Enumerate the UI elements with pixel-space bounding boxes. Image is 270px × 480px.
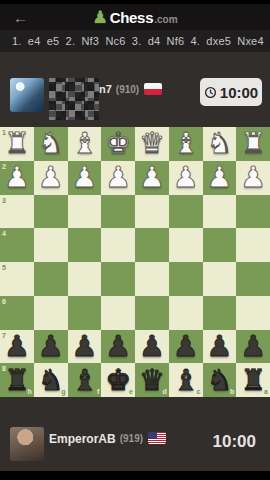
square-e4[interactable] — [101, 228, 135, 262]
square-f1[interactable]: ♝ — [68, 127, 102, 161]
piece-white-pawn[interactable]: ♟ — [173, 163, 199, 192]
bottom-player-name[interactable]: EmperorAB — [49, 427, 116, 446]
piece-white-pawn[interactable]: ♟ — [4, 163, 30, 192]
square-e8[interactable]: e♚ — [101, 363, 135, 397]
piece-black-rook[interactable]: ♜ — [240, 366, 266, 395]
bottom-player-card: EmperorAB (919) 10:00 — [0, 397, 270, 471]
square-g1[interactable]: ♞ — [34, 127, 68, 161]
piece-white-rook[interactable]: ♜ — [240, 129, 266, 158]
square-g6[interactable] — [34, 296, 68, 330]
top-player-clock: 10:00 — [200, 78, 262, 106]
piece-black-bishop[interactable]: ♝ — [71, 366, 97, 395]
square-h6[interactable]: 6 — [0, 296, 34, 330]
piece-black-pawn[interactable]: ♟ — [139, 332, 165, 361]
piece-black-pawn[interactable]: ♟ — [173, 332, 199, 361]
piece-black-bishop[interactable]: ♝ — [173, 366, 199, 395]
top-player-name[interactable]: n7 — [99, 78, 112, 95]
piece-black-pawn[interactable]: ♟ — [105, 332, 131, 361]
top-player-time: 10:00 — [220, 84, 258, 101]
square-h4[interactable]: 4 — [0, 228, 34, 262]
piece-black-king[interactable]: ♚ — [105, 366, 131, 395]
bottom-player-rating: (919) — [116, 427, 143, 444]
piece-black-knight[interactable]: ♞ — [206, 366, 232, 395]
piece-white-queen[interactable]: ♛ — [139, 129, 165, 158]
square-d3[interactable] — [135, 195, 169, 229]
move-list-text[interactable]: 1. e4 e5 2. Nf3 Nc6 3. d4 Nf6 4. dxe5 Nx… — [12, 35, 270, 47]
rank-label-5: 5 — [2, 264, 6, 271]
logo-text-com: .com — [154, 14, 177, 25]
square-h1[interactable]: 1♜ — [0, 127, 34, 161]
file-label-b: b — [230, 388, 234, 395]
piece-black-pawn[interactable]: ♟ — [240, 332, 266, 361]
square-d2[interactable]: ♟ — [135, 161, 169, 195]
square-a3[interactable] — [236, 195, 270, 229]
square-b7[interactable]: ♟ — [203, 330, 237, 364]
piece-white-bishop[interactable]: ♝ — [71, 129, 97, 158]
square-e6[interactable] — [101, 296, 135, 330]
piece-black-pawn[interactable]: ♟ — [4, 332, 30, 361]
square-b3[interactable] — [203, 195, 237, 229]
square-a2[interactable]: ♟ — [236, 161, 270, 195]
square-d6[interactable] — [135, 296, 169, 330]
pawn-logo-icon: ♟ — [92, 9, 107, 26]
square-c5[interactable] — [169, 262, 203, 296]
square-b5[interactable] — [203, 262, 237, 296]
square-e1[interactable]: ♚ — [101, 127, 135, 161]
square-e3[interactable] — [101, 195, 135, 229]
bottom-black-strip — [0, 471, 270, 480]
clock-icon — [204, 86, 217, 99]
square-e2[interactable]: ♟ — [101, 161, 135, 195]
file-label-a: a — [264, 388, 268, 395]
piece-black-rook[interactable]: ♜ — [4, 366, 30, 395]
square-h7[interactable]: 7♟ — [0, 330, 34, 364]
rank-label-3: 3 — [2, 197, 6, 204]
piece-white-pawn[interactable]: ♟ — [240, 163, 266, 192]
square-f2[interactable]: ♟ — [68, 161, 102, 195]
square-c6[interactable] — [169, 296, 203, 330]
square-b8[interactable]: b♞ — [203, 363, 237, 397]
square-d5[interactable] — [135, 262, 169, 296]
square-c3[interactable] — [169, 195, 203, 229]
rank-label-1: 1 — [2, 129, 6, 136]
square-e7[interactable]: ♟ — [101, 330, 135, 364]
piece-white-pawn[interactable]: ♟ — [38, 163, 64, 192]
file-label-f: f — [97, 388, 99, 395]
square-a7[interactable]: ♟ — [236, 330, 270, 364]
piece-black-pawn[interactable]: ♟ — [38, 332, 64, 361]
square-f6[interactable] — [68, 296, 102, 330]
square-f5[interactable] — [68, 262, 102, 296]
square-g2[interactable]: ♟ — [34, 161, 68, 195]
rank-label-7: 7 — [2, 332, 6, 339]
file-label-g: g — [61, 388, 65, 395]
piece-white-pawn[interactable]: ♟ — [71, 163, 97, 192]
square-g4[interactable] — [34, 228, 68, 262]
bottom-player-name-area[interactable]: EmperorAB (919) — [49, 427, 213, 446]
square-g3[interactable] — [34, 195, 68, 229]
square-h5[interactable]: 5 — [0, 262, 34, 296]
rank-label-8: 8 — [2, 365, 6, 372]
chess-board: 1♜♞♝♚♛♝♞♜2♟♟♟♟♟♟♟♟34567♟♟♟♟♟♟♟♟8h♜g♞f♝e♚… — [0, 127, 270, 397]
square-f3[interactable] — [68, 195, 102, 229]
square-f8[interactable]: f♝ — [68, 363, 102, 397]
file-label-c: c — [197, 388, 201, 395]
top-player-rating: (910) — [112, 78, 139, 95]
square-h3[interactable]: 3 — [0, 195, 34, 229]
top-player-card: n7 (910) 10:00 — [0, 52, 270, 127]
app-screen: ← ♟ Chess .com 1. e4 e5 2. Nf3 Nc6 3. d4… — [0, 0, 270, 480]
file-label-e: e — [129, 388, 133, 395]
square-c7[interactable]: ♟ — [169, 330, 203, 364]
piece-black-pawn[interactable]: ♟ — [71, 332, 97, 361]
piece-white-bishop[interactable]: ♝ — [173, 129, 199, 158]
piece-black-queen[interactable]: ♛ — [139, 366, 165, 395]
square-b2[interactable]: ♟ — [203, 161, 237, 195]
square-a1[interactable]: ♜ — [236, 127, 270, 161]
piece-white-knight[interactable]: ♞ — [38, 129, 64, 158]
square-g5[interactable] — [34, 262, 68, 296]
piece-black-pawn[interactable]: ♟ — [206, 332, 232, 361]
square-c4[interactable] — [169, 228, 203, 262]
square-g8[interactable]: g♞ — [34, 363, 68, 397]
piece-white-pawn[interactable]: ♟ — [206, 163, 232, 192]
square-c1[interactable]: ♝ — [169, 127, 203, 161]
rank-label-2: 2 — [2, 163, 6, 170]
move-list[interactable]: 1. e4 e5 2. Nf3 Nc6 3. d4 Nf6 4. dxe5 Nx… — [0, 30, 270, 52]
square-g7[interactable]: ♟ — [34, 330, 68, 364]
square-a8[interactable]: a♜ — [236, 363, 270, 397]
rank-label-6: 6 — [2, 298, 6, 305]
square-b6[interactable] — [203, 296, 237, 330]
header-bar: ← ♟ Chess .com — [0, 4, 270, 30]
square-b1[interactable]: ♞ — [203, 127, 237, 161]
square-d8[interactable]: d♛ — [135, 363, 169, 397]
square-c2[interactable]: ♟ — [169, 161, 203, 195]
rank-label-4: 4 — [2, 230, 6, 237]
square-e5[interactable] — [101, 262, 135, 296]
square-a5[interactable] — [236, 262, 270, 296]
censored-username-block — [49, 78, 99, 120]
poland-flag-icon — [144, 83, 162, 95]
file-label-h: h — [27, 388, 31, 395]
file-label-d: d — [162, 388, 166, 395]
square-d4[interactable] — [135, 228, 169, 262]
square-b4[interactable] — [203, 228, 237, 262]
top-player-name-area[interactable]: n7 (910) — [49, 78, 200, 120]
piece-white-pawn[interactable]: ♟ — [105, 163, 131, 192]
top-player-avatar[interactable] — [10, 78, 44, 112]
square-f4[interactable] — [68, 228, 102, 262]
piece-white-pawn[interactable]: ♟ — [139, 163, 165, 192]
back-button[interactable]: ← — [13, 10, 28, 25]
usa-flag-icon — [148, 432, 166, 444]
square-a4[interactable] — [236, 228, 270, 262]
bottom-player-clock: 10:00 — [213, 427, 256, 452]
piece-white-king[interactable]: ♚ — [105, 129, 131, 158]
square-d7[interactable]: ♟ — [135, 330, 169, 364]
bottom-player-avatar[interactable] — [10, 427, 44, 461]
piece-black-knight[interactable]: ♞ — [38, 366, 64, 395]
square-d1[interactable]: ♛ — [135, 127, 169, 161]
square-h8[interactable]: 8h♜ — [0, 363, 34, 397]
square-a6[interactable] — [236, 296, 270, 330]
square-h2[interactable]: 2♟ — [0, 161, 34, 195]
piece-white-rook[interactable]: ♜ — [4, 129, 30, 158]
square-f7[interactable]: ♟ — [68, 330, 102, 364]
square-c8[interactable]: c♝ — [169, 363, 203, 397]
chesscom-logo: ♟ Chess .com — [92, 9, 177, 26]
piece-white-knight[interactable]: ♞ — [206, 129, 232, 158]
logo-text-chess: Chess — [110, 9, 154, 26]
